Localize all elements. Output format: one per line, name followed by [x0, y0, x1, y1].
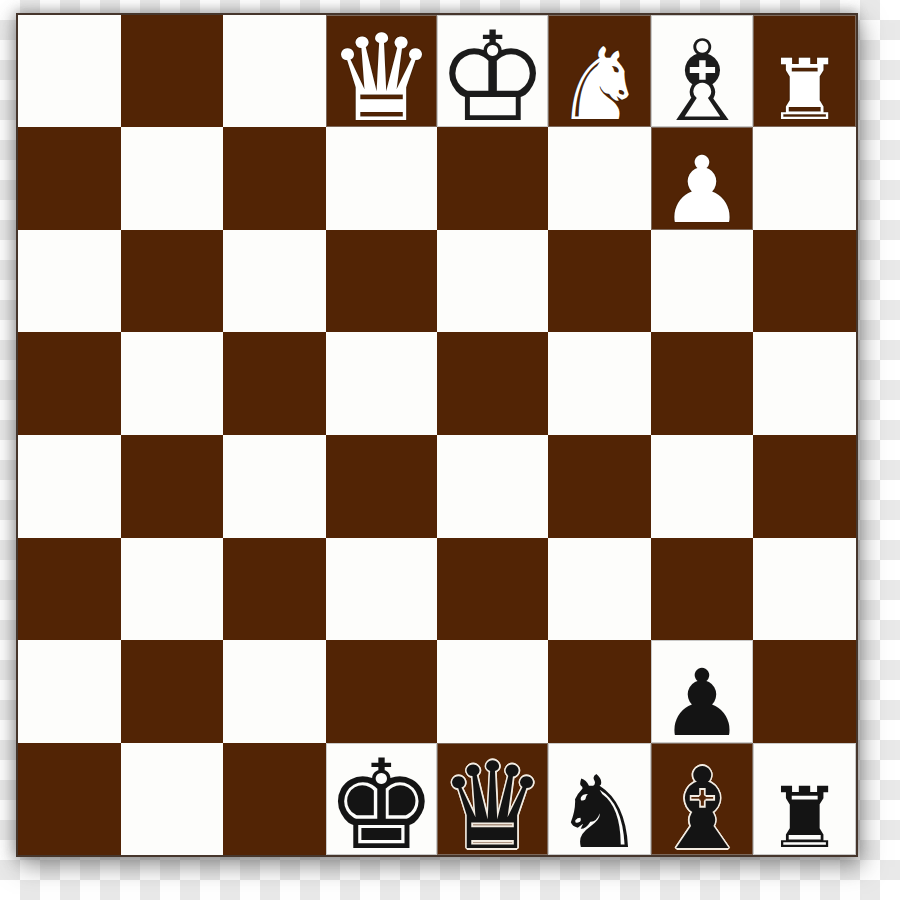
- white-rook[interactable]: ♜: [767, 48, 842, 132]
- square-f1[interactable]: ♞: [548, 743, 651, 855]
- black-queen[interactable]: ♛: [439, 747, 547, 867]
- square-f4[interactable]: [548, 435, 651, 538]
- square-d5[interactable]: [326, 332, 437, 435]
- square-e2[interactable]: [437, 640, 548, 743]
- square-e6[interactable]: [437, 230, 548, 333]
- square-h8[interactable]: ♜: [753, 15, 856, 127]
- square-h5[interactable]: [753, 332, 856, 435]
- square-h4[interactable]: [753, 435, 856, 538]
- square-f2[interactable]: [548, 640, 651, 743]
- transparency-background: { "game": "chess", "position": "3QKNBR/6…: [0, 0, 900, 900]
- square-d2[interactable]: [326, 640, 437, 743]
- square-g2[interactable]: ♟: [651, 640, 754, 743]
- square-d6[interactable]: [326, 230, 437, 333]
- square-c4[interactable]: [223, 435, 326, 538]
- square-g5[interactable]: [651, 332, 754, 435]
- square-c6[interactable]: [223, 230, 326, 333]
- square-b1[interactable]: [121, 743, 224, 855]
- square-a5[interactable]: [18, 332, 121, 435]
- square-b3[interactable]: [121, 538, 224, 641]
- square-a4[interactable]: [18, 435, 121, 538]
- square-d1[interactable]: ♚: [326, 743, 437, 855]
- square-e3[interactable]: [437, 538, 548, 641]
- square-f6[interactable]: [548, 230, 651, 333]
- square-a8[interactable]: [18, 15, 121, 127]
- square-d4[interactable]: [326, 435, 437, 538]
- square-h6[interactable]: [753, 230, 856, 333]
- square-b4[interactable]: [121, 435, 224, 538]
- square-a6[interactable]: [18, 230, 121, 333]
- square-f3[interactable]: [548, 538, 651, 641]
- white-queen[interactable]: ♛: [328, 19, 436, 139]
- square-a3[interactable]: [18, 538, 121, 641]
- square-e1[interactable]: ♛: [437, 743, 548, 855]
- square-e8[interactable]: ♔: [437, 15, 548, 127]
- square-h1[interactable]: ♜: [753, 743, 856, 855]
- square-e4[interactable]: [437, 435, 548, 538]
- square-b5[interactable]: [121, 332, 224, 435]
- square-f5[interactable]: [548, 332, 651, 435]
- square-c2[interactable]: [223, 640, 326, 743]
- black-knight[interactable]: ♞: [555, 763, 645, 863]
- square-g1[interactable]: ♝: [651, 743, 754, 855]
- square-g8[interactable]: ♗: [651, 15, 754, 127]
- square-g6[interactable]: [651, 230, 754, 333]
- black-pawn[interactable]: ♟: [661, 658, 743, 750]
- square-d8[interactable]: ♛: [326, 15, 437, 127]
- square-a7[interactable]: [18, 127, 121, 230]
- square-f8[interactable]: ♞: [548, 15, 651, 127]
- black-rook[interactable]: ♜: [767, 776, 842, 860]
- black-bishop[interactable]: ♝: [652, 753, 752, 865]
- square-g7[interactable]: ♟: [651, 127, 754, 230]
- square-e5[interactable]: [437, 332, 548, 435]
- square-c3[interactable]: [223, 538, 326, 641]
- black-king[interactable]: ♚: [326, 743, 437, 867]
- square-a2[interactable]: [18, 640, 121, 743]
- square-c5[interactable]: [223, 332, 326, 435]
- square-c1[interactable]: [223, 743, 326, 855]
- square-g4[interactable]: [651, 435, 754, 538]
- square-h3[interactable]: [753, 538, 856, 641]
- square-c7[interactable]: [223, 127, 326, 230]
- white-knight[interactable]: ♞: [555, 35, 645, 135]
- square-b6[interactable]: [121, 230, 224, 333]
- white-king[interactable]: ♔: [437, 15, 548, 139]
- square-b7[interactable]: [121, 127, 224, 230]
- chess-board: ♛♔♞♗♜♟♟♚♛♞♝♜: [16, 13, 858, 857]
- square-d3[interactable]: [326, 538, 437, 641]
- white-bishop[interactable]: ♗: [652, 25, 752, 137]
- square-c8[interactable]: [223, 15, 326, 127]
- square-b8[interactable]: [121, 15, 224, 127]
- square-g3[interactable]: [651, 538, 754, 641]
- white-pawn[interactable]: ♟: [661, 145, 743, 237]
- square-h7[interactable]: [753, 127, 856, 230]
- square-b2[interactable]: [121, 640, 224, 743]
- square-a1[interactable]: [18, 743, 121, 855]
- square-h2[interactable]: [753, 640, 856, 743]
